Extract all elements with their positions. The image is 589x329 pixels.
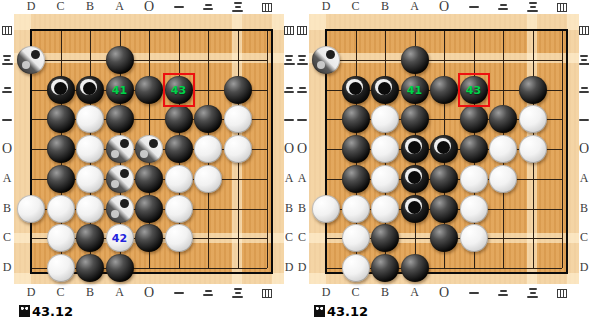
col-label-bottom-glyph: C bbox=[351, 285, 359, 299]
col-label-bottom bbox=[259, 286, 275, 299]
black-stone-OA[interactable] bbox=[430, 165, 458, 193]
black-stone-一O[interactable] bbox=[165, 135, 193, 163]
col-label-bottom-glyph: A bbox=[115, 285, 124, 299]
white-stone-一C[interactable] bbox=[460, 224, 488, 252]
taiji-light-stone-D三[interactable] bbox=[312, 46, 340, 74]
col-label-bottom bbox=[554, 286, 570, 299]
row-label-right bbox=[576, 83, 589, 96]
white-stone-BA[interactable] bbox=[371, 165, 399, 193]
row-label-left: O bbox=[294, 142, 310, 155]
white-stone-三O[interactable] bbox=[224, 135, 252, 163]
board-panel-left: DDCCBBAAOOOOAABBCCDD41434243.12 bbox=[0, 0, 294, 329]
black-stone-OA[interactable] bbox=[135, 165, 163, 193]
col-label-top-glyph bbox=[527, 2, 538, 12]
taiji-dark-stone-AA[interactable] bbox=[401, 165, 429, 193]
white-stone-BO[interactable] bbox=[371, 135, 399, 163]
white-stone-三一[interactable] bbox=[224, 105, 252, 133]
white-stone-CD[interactable] bbox=[342, 254, 370, 282]
move-number-label: 42 bbox=[110, 233, 130, 244]
col-label-top: A bbox=[407, 0, 423, 13]
black-stone-一O[interactable] bbox=[460, 135, 488, 163]
col-label-top bbox=[554, 0, 570, 13]
row-label-left: D bbox=[0, 261, 15, 274]
col-label-top-glyph: D bbox=[322, 0, 331, 13]
row-label-right: C bbox=[576, 231, 589, 244]
col-label-bottom: A bbox=[112, 286, 128, 299]
taiji-dark-stone-OO[interactable] bbox=[430, 135, 458, 163]
row-label-right-glyph bbox=[284, 119, 294, 121]
white-stone-BA[interactable] bbox=[76, 165, 104, 193]
col-label-top-glyph bbox=[498, 4, 508, 10]
move-number-label: 41 bbox=[110, 85, 130, 96]
white-stone-DB[interactable] bbox=[17, 195, 45, 223]
col-label-top-glyph bbox=[174, 6, 184, 8]
row-label-left-glyph bbox=[2, 87, 12, 93]
row-label-right bbox=[576, 53, 589, 66]
col-label-top bbox=[495, 0, 511, 13]
col-label-bottom-glyph bbox=[469, 292, 479, 294]
black-stone-O二[interactable] bbox=[430, 76, 458, 104]
col-label-top: O bbox=[141, 0, 157, 13]
row-label-left bbox=[0, 83, 15, 96]
black-stone-A一[interactable] bbox=[106, 105, 134, 133]
row-label-left-glyph: A bbox=[298, 171, 307, 185]
white-stone-DB[interactable] bbox=[312, 195, 340, 223]
row-label-left: B bbox=[0, 202, 15, 215]
board-panel-right: DDCCBBAAOOOOAABBCCDD414343.12 bbox=[295, 0, 589, 329]
row-label-right-glyph: A bbox=[580, 171, 589, 185]
black-stone-三二[interactable] bbox=[519, 76, 547, 104]
black-stone-BD[interactable] bbox=[76, 254, 104, 282]
row-label-left-glyph: O bbox=[297, 141, 307, 156]
row-label-right-glyph: C bbox=[285, 230, 293, 244]
black-stone-AD[interactable] bbox=[401, 254, 429, 282]
col-label-bottom-glyph: O bbox=[439, 285, 449, 300]
row-label-left-glyph bbox=[2, 119, 12, 121]
col-label-top: B bbox=[377, 0, 393, 13]
row-label-left bbox=[294, 112, 310, 125]
col-label-bottom-glyph: B bbox=[86, 285, 94, 299]
white-stone-CB[interactable] bbox=[342, 195, 370, 223]
white-stone-一B[interactable] bbox=[460, 195, 488, 223]
taiji-dark-stone-AO[interactable] bbox=[401, 135, 429, 163]
col-label-top: D bbox=[318, 0, 334, 13]
white-stone-二O[interactable] bbox=[194, 135, 222, 163]
col-label-bottom: C bbox=[53, 286, 69, 299]
row-label-left-glyph: A bbox=[3, 171, 12, 185]
row-label-right-glyph: D bbox=[285, 260, 294, 274]
black-stone-OB[interactable] bbox=[430, 195, 458, 223]
move-caption: 43.12 bbox=[314, 303, 368, 319]
col-label-bottom: B bbox=[377, 286, 393, 299]
row-label-left-glyph bbox=[297, 55, 308, 65]
row-label-left-glyph bbox=[297, 119, 307, 121]
black-stone-CA[interactable] bbox=[342, 165, 370, 193]
row-label-left: A bbox=[294, 172, 310, 185]
col-label-bottom: A bbox=[407, 286, 423, 299]
col-label-top bbox=[259, 0, 275, 13]
col-label-top-glyph: C bbox=[351, 0, 359, 13]
row-label-right-glyph: D bbox=[580, 260, 589, 274]
row-label-right: O bbox=[576, 142, 589, 155]
row-label-right-glyph: C bbox=[580, 230, 588, 244]
black-stone-AD[interactable] bbox=[106, 254, 134, 282]
row-label-left-glyph bbox=[297, 87, 307, 93]
col-label-bottom: O bbox=[141, 286, 157, 299]
row-label-left-glyph: C bbox=[298, 230, 306, 244]
row-label-left-glyph: D bbox=[298, 260, 307, 274]
row-label-right: D bbox=[576, 261, 589, 274]
white-stone-BB[interactable] bbox=[371, 195, 399, 223]
row-label-right-glyph: A bbox=[285, 171, 294, 185]
row-label-right: A bbox=[576, 172, 589, 185]
white-stone-一A[interactable] bbox=[460, 165, 488, 193]
row-label-right-glyph bbox=[579, 87, 589, 93]
col-label-top: D bbox=[23, 0, 39, 13]
row-label-right-glyph bbox=[284, 87, 294, 93]
col-label-bottom: C bbox=[348, 286, 364, 299]
row-label-left bbox=[0, 53, 15, 66]
black-stone-C一[interactable] bbox=[47, 105, 75, 133]
col-label-top-glyph: B bbox=[381, 0, 389, 13]
col-label-top bbox=[230, 0, 246, 13]
col-label-bottom-glyph bbox=[174, 292, 184, 294]
row-label-left-glyph bbox=[297, 26, 307, 35]
black-stone-CO[interactable] bbox=[342, 135, 370, 163]
black-stone-一一[interactable] bbox=[460, 105, 488, 133]
row-label-left: A bbox=[0, 172, 15, 185]
row-label-right-glyph bbox=[284, 55, 295, 65]
col-label-bottom-glyph bbox=[557, 289, 567, 298]
taiji-light-stone-AA[interactable] bbox=[106, 165, 134, 193]
col-label-top-glyph: A bbox=[410, 0, 419, 13]
taiji-dark-stone-B二[interactable] bbox=[371, 76, 399, 104]
white-stone-BB[interactable] bbox=[76, 195, 104, 223]
white-stone-一C[interactable] bbox=[165, 224, 193, 252]
col-label-top bbox=[200, 0, 216, 13]
col-label-top: B bbox=[82, 0, 98, 13]
col-label-top-glyph bbox=[232, 2, 243, 12]
row-label-right: B bbox=[576, 202, 589, 215]
row-label-right-glyph: O bbox=[284, 141, 294, 156]
taiji-dark-stone-AB[interactable] bbox=[401, 195, 429, 223]
col-label-top-glyph: B bbox=[86, 0, 94, 13]
black-char-icon bbox=[19, 305, 30, 317]
col-label-top-glyph: O bbox=[439, 0, 449, 14]
row-label-right-glyph: B bbox=[580, 201, 588, 215]
black-stone-A一[interactable] bbox=[401, 105, 429, 133]
white-stone-CC[interactable] bbox=[342, 224, 370, 252]
col-label-bottom bbox=[466, 286, 482, 299]
row-label-left: D bbox=[294, 261, 310, 274]
black-stone-OB[interactable] bbox=[135, 195, 163, 223]
white-stone-CD[interactable] bbox=[47, 254, 75, 282]
row-label-right-glyph: O bbox=[579, 141, 589, 156]
row-label-left-glyph bbox=[2, 55, 13, 65]
move-number-label: 41 bbox=[405, 85, 425, 96]
col-label-top bbox=[171, 0, 187, 13]
black-stone-三二[interactable] bbox=[224, 76, 252, 104]
black-stone-A三[interactable] bbox=[401, 46, 429, 74]
col-label-bottom bbox=[171, 286, 187, 299]
white-stone-二A[interactable] bbox=[489, 165, 517, 193]
col-label-bottom-glyph: D bbox=[27, 285, 36, 299]
col-label-bottom bbox=[200, 286, 216, 299]
white-stone-三一[interactable] bbox=[519, 105, 547, 133]
col-label-bottom: O bbox=[436, 286, 452, 299]
col-label-bottom-glyph bbox=[527, 288, 538, 298]
col-label-bottom: B bbox=[82, 286, 98, 299]
row-label-right bbox=[576, 112, 589, 125]
col-label-bottom-glyph: A bbox=[410, 285, 419, 299]
col-label-bottom-glyph bbox=[262, 289, 272, 298]
row-label-left bbox=[294, 53, 310, 66]
row-label-left bbox=[294, 23, 310, 36]
col-label-top bbox=[466, 0, 482, 13]
row-label-right-glyph bbox=[284, 26, 294, 35]
row-label-left-glyph: B bbox=[298, 201, 306, 215]
row-label-right-glyph: B bbox=[285, 201, 293, 215]
wood-highlight-band bbox=[309, 14, 579, 30]
col-label-bottom-glyph: D bbox=[322, 285, 331, 299]
col-label-top-glyph: C bbox=[56, 0, 64, 13]
col-label-top-glyph bbox=[262, 3, 272, 12]
black-stone-O二[interactable] bbox=[135, 76, 163, 104]
col-label-top: C bbox=[348, 0, 364, 13]
row-label-left bbox=[0, 23, 15, 36]
black-stone-A三[interactable] bbox=[106, 46, 134, 74]
taiji-light-stone-AO[interactable] bbox=[106, 135, 134, 163]
col-label-top-glyph bbox=[469, 6, 479, 8]
col-label-bottom bbox=[230, 286, 246, 299]
row-label-right-glyph bbox=[579, 55, 589, 65]
move-number-label: 43 bbox=[169, 85, 189, 96]
white-stone-CC[interactable] bbox=[47, 224, 75, 252]
move-caption: 43.12 bbox=[19, 303, 73, 319]
col-label-top-glyph: A bbox=[115, 0, 124, 13]
caption-value: 43.12 bbox=[32, 304, 73, 319]
caption-value: 43.12 bbox=[327, 304, 368, 319]
row-label-left: O bbox=[0, 142, 15, 155]
taiji-light-stone-AB[interactable] bbox=[106, 195, 134, 223]
black-char-icon bbox=[314, 305, 325, 317]
row-label-left-glyph: O bbox=[2, 141, 12, 156]
row-label-left: B bbox=[294, 202, 310, 215]
black-stone-C一[interactable] bbox=[342, 105, 370, 133]
row-label-right bbox=[576, 23, 589, 36]
col-label-top: O bbox=[436, 0, 452, 13]
white-stone-一B[interactable] bbox=[165, 195, 193, 223]
taiji-light-stone-OO[interactable] bbox=[135, 135, 163, 163]
row-label-left-glyph: B bbox=[3, 201, 11, 215]
white-stone-二A[interactable] bbox=[194, 165, 222, 193]
col-label-bottom bbox=[495, 286, 511, 299]
row-label-left-glyph bbox=[2, 26, 12, 35]
row-label-right-glyph bbox=[579, 26, 589, 35]
col-label-top: A bbox=[112, 0, 128, 13]
go-problem-viewer: DDCCBBAAOOOOAABBCCDD41434243.12 DDCCBBAA… bbox=[0, 0, 589, 329]
row-label-left: C bbox=[294, 231, 310, 244]
white-stone-三O[interactable] bbox=[519, 135, 547, 163]
col-label-top-glyph: D bbox=[27, 0, 36, 13]
col-label-top-glyph bbox=[557, 3, 567, 12]
white-stone-一A[interactable] bbox=[165, 165, 193, 193]
col-label-top-glyph: O bbox=[144, 0, 154, 14]
white-stone-CB[interactable] bbox=[47, 195, 75, 223]
col-label-top bbox=[525, 0, 541, 13]
col-label-bottom-glyph bbox=[498, 290, 508, 296]
white-stone-二O[interactable] bbox=[489, 135, 517, 163]
black-stone-CA[interactable] bbox=[47, 165, 75, 193]
col-label-bottom: D bbox=[23, 286, 39, 299]
row-label-left-glyph: C bbox=[3, 230, 11, 244]
col-label-bottom-glyph: O bbox=[144, 285, 154, 300]
col-label-bottom: D bbox=[318, 286, 334, 299]
row-label-left-glyph: D bbox=[3, 260, 12, 274]
black-stone-BD[interactable] bbox=[371, 254, 399, 282]
wood-highlight-band bbox=[14, 14, 284, 30]
row-label-left bbox=[294, 83, 310, 96]
row-label-left: C bbox=[0, 231, 15, 244]
row-label-right-glyph bbox=[579, 119, 589, 121]
col-label-bottom-glyph bbox=[232, 288, 243, 298]
white-stone-BO[interactable] bbox=[76, 135, 104, 163]
taiji-dark-stone-B二[interactable] bbox=[76, 76, 104, 104]
move-number-label: 43 bbox=[464, 85, 484, 96]
row-label-left bbox=[0, 112, 15, 125]
col-label-bottom-glyph: B bbox=[381, 285, 389, 299]
col-label-bottom-glyph bbox=[203, 290, 213, 296]
taiji-dark-stone-C二[interactable] bbox=[47, 76, 75, 104]
col-label-bottom-glyph: C bbox=[56, 285, 64, 299]
black-stone-CO[interactable] bbox=[47, 135, 75, 163]
col-label-top-glyph bbox=[203, 4, 213, 10]
taiji-dark-stone-C二[interactable] bbox=[342, 76, 370, 104]
taiji-light-stone-D三[interactable] bbox=[17, 46, 45, 74]
col-label-bottom bbox=[525, 286, 541, 299]
black-stone-一一[interactable] bbox=[165, 105, 193, 133]
col-label-top: C bbox=[53, 0, 69, 13]
